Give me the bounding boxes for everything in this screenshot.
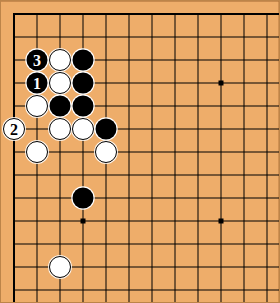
go-board-diagram: 312: [0, 0, 280, 303]
move-number-label: 2: [10, 121, 18, 138]
white-stone: [49, 72, 71, 94]
white-stone: [95, 141, 117, 163]
star-point: [219, 219, 224, 224]
white-stone: [26, 95, 48, 117]
white-stone: [49, 49, 71, 71]
white-stone: [26, 141, 48, 163]
black-stone-move-1: 1: [27, 73, 48, 94]
black-stone: [73, 188, 94, 209]
white-stone: [72, 118, 94, 140]
black-stone: [73, 96, 94, 117]
black-stone: [73, 73, 94, 94]
star-point: [219, 81, 224, 86]
white-stone-move-2: 2: [3, 118, 25, 140]
black-stone: [73, 50, 94, 71]
black-stone: [96, 119, 117, 140]
black-stone-move-3: 3: [27, 50, 48, 71]
move-number-label: 1: [33, 75, 41, 92]
white-stone: [49, 256, 71, 278]
move-number-label: 3: [33, 52, 41, 69]
black-stone: [50, 96, 71, 117]
star-point: [81, 219, 86, 224]
white-stone: [49, 118, 71, 140]
